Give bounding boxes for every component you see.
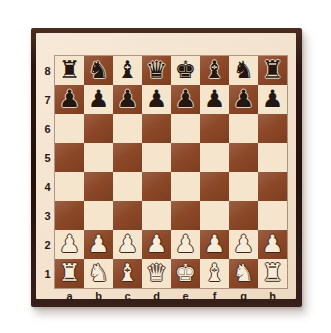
rank-label-8: 8	[40, 56, 55, 85]
black-pawn: ♟	[113, 85, 142, 114]
square-g4[interactable]	[229, 172, 258, 201]
rank-label-7: 7	[40, 85, 55, 114]
square-g5[interactable]	[229, 143, 258, 172]
black-king: ♚	[171, 56, 200, 85]
rank-label-6: 6	[40, 114, 55, 143]
file-label-c: c	[113, 288, 142, 304]
square-h1[interactable]: ♜	[258, 259, 287, 288]
file-label-a: a	[55, 288, 84, 304]
square-b8[interactable]: ♞	[84, 56, 113, 85]
square-a7[interactable]: ♟	[55, 85, 84, 114]
square-f6[interactable]	[200, 114, 229, 143]
square-c3[interactable]	[113, 201, 142, 230]
white-pawn: ♟	[200, 230, 229, 259]
square-g3[interactable]	[229, 201, 258, 230]
file-label-g: g	[229, 288, 258, 304]
white-rook: ♜	[55, 259, 84, 288]
black-queen: ♛	[142, 56, 171, 85]
square-e4[interactable]	[171, 172, 200, 201]
square-h3[interactable]	[258, 201, 287, 230]
white-pawn: ♟	[113, 230, 142, 259]
white-pawn: ♟	[171, 230, 200, 259]
square-d7[interactable]: ♟	[142, 85, 171, 114]
square-a3[interactable]	[55, 201, 84, 230]
black-knight: ♞	[229, 56, 258, 85]
board-margin: 87654321 ♜♞♝♛♚♝♞♜♟♟♟♟♟♟♟♟♟♟♟♟♟♟♟♟♜♞♝♛♚♝♞…	[36, 33, 296, 299]
white-pawn: ♟	[142, 230, 171, 259]
white-pawn: ♟	[84, 230, 113, 259]
black-bishop: ♝	[113, 56, 142, 85]
square-d5[interactable]	[142, 143, 171, 172]
square-f3[interactable]	[200, 201, 229, 230]
white-bishop: ♝	[200, 259, 229, 288]
white-queen: ♛	[142, 259, 171, 288]
square-b6[interactable]	[84, 114, 113, 143]
square-f1[interactable]: ♝	[200, 259, 229, 288]
square-d6[interactable]	[142, 114, 171, 143]
black-knight: ♞	[84, 56, 113, 85]
chess-board: ♜♞♝♛♚♝♞♜♟♟♟♟♟♟♟♟♟♟♟♟♟♟♟♟♜♞♝♛♚♝♞♜	[55, 56, 287, 288]
square-b2[interactable]: ♟	[84, 230, 113, 259]
white-king: ♚	[171, 259, 200, 288]
file-labels: abcdefgh	[55, 288, 287, 304]
square-a8[interactable]: ♜	[55, 56, 84, 85]
square-c7[interactable]: ♟	[113, 85, 142, 114]
file-label-e: e	[171, 288, 200, 304]
square-g2[interactable]: ♟	[229, 230, 258, 259]
square-e3[interactable]	[171, 201, 200, 230]
square-d3[interactable]	[142, 201, 171, 230]
rank-label-3: 3	[40, 201, 55, 230]
square-d8[interactable]: ♛	[142, 56, 171, 85]
square-h2[interactable]: ♟	[258, 230, 287, 259]
square-a4[interactable]	[55, 172, 84, 201]
rank-label-2: 2	[40, 230, 55, 259]
black-pawn: ♟	[229, 85, 258, 114]
square-e5[interactable]	[171, 143, 200, 172]
white-pawn: ♟	[258, 230, 287, 259]
black-pawn: ♟	[171, 85, 200, 114]
white-knight: ♞	[229, 259, 258, 288]
black-pawn: ♟	[142, 85, 171, 114]
square-a1[interactable]: ♜	[55, 259, 84, 288]
white-pawn: ♟	[55, 230, 84, 259]
square-g6[interactable]	[229, 114, 258, 143]
square-b1[interactable]: ♞	[84, 259, 113, 288]
square-c1[interactable]: ♝	[113, 259, 142, 288]
square-e8[interactable]: ♚	[171, 56, 200, 85]
white-bishop: ♝	[113, 259, 142, 288]
square-f4[interactable]	[200, 172, 229, 201]
square-c2[interactable]: ♟	[113, 230, 142, 259]
square-g8[interactable]: ♞	[229, 56, 258, 85]
rank-labels: 87654321	[40, 56, 55, 288]
square-h5[interactable]	[258, 143, 287, 172]
square-a2[interactable]: ♟	[55, 230, 84, 259]
white-rook: ♜	[258, 259, 287, 288]
file-label-d: d	[142, 288, 171, 304]
file-label-h: h	[258, 288, 287, 304]
black-pawn: ♟	[55, 85, 84, 114]
square-b7[interactable]: ♟	[84, 85, 113, 114]
square-f2[interactable]: ♟	[200, 230, 229, 259]
white-knight: ♞	[84, 259, 113, 288]
square-b3[interactable]	[84, 201, 113, 230]
square-c5[interactable]	[113, 143, 142, 172]
square-d1[interactable]: ♛	[142, 259, 171, 288]
black-pawn: ♟	[258, 85, 287, 114]
square-b5[interactable]	[84, 143, 113, 172]
square-e2[interactable]: ♟	[171, 230, 200, 259]
photo-of-chessboard: 87654321 ♜♞♝♛♚♝♞♜♟♟♟♟♟♟♟♟♟♟♟♟♟♟♟♟♜♞♝♛♚♝♞…	[0, 0, 331, 333]
black-bishop: ♝	[200, 56, 229, 85]
square-b4[interactable]	[84, 172, 113, 201]
black-pawn: ♟	[200, 85, 229, 114]
square-c6[interactable]	[113, 114, 142, 143]
square-g1[interactable]: ♞	[229, 259, 258, 288]
rank-label-4: 4	[40, 172, 55, 201]
square-h4[interactable]	[258, 172, 287, 201]
square-d4[interactable]	[142, 172, 171, 201]
square-d2[interactable]: ♟	[142, 230, 171, 259]
square-e7[interactable]: ♟	[171, 85, 200, 114]
black-rook: ♜	[258, 56, 287, 85]
square-e6[interactable]	[171, 114, 200, 143]
square-f8[interactable]: ♝	[200, 56, 229, 85]
file-label-f: f	[200, 288, 229, 304]
square-h8[interactable]: ♜	[258, 56, 287, 85]
square-a6[interactable]	[55, 114, 84, 143]
square-c8[interactable]: ♝	[113, 56, 142, 85]
square-f5[interactable]	[200, 143, 229, 172]
rank-label-1: 1	[40, 259, 55, 288]
black-rook: ♜	[55, 56, 84, 85]
square-c4[interactable]	[113, 172, 142, 201]
square-h6[interactable]	[258, 114, 287, 143]
square-a5[interactable]	[55, 143, 84, 172]
rank-label-5: 5	[40, 143, 55, 172]
square-h7[interactable]: ♟	[258, 85, 287, 114]
chessboard-frame: 87654321 ♜♞♝♛♚♝♞♜♟♟♟♟♟♟♟♟♟♟♟♟♟♟♟♟♜♞♝♛♚♝♞…	[31, 28, 302, 307]
file-label-b: b	[84, 288, 113, 304]
white-pawn: ♟	[229, 230, 258, 259]
black-pawn: ♟	[84, 85, 113, 114]
square-e1[interactable]: ♚	[171, 259, 200, 288]
square-f7[interactable]: ♟	[200, 85, 229, 114]
square-g7[interactable]: ♟	[229, 85, 258, 114]
